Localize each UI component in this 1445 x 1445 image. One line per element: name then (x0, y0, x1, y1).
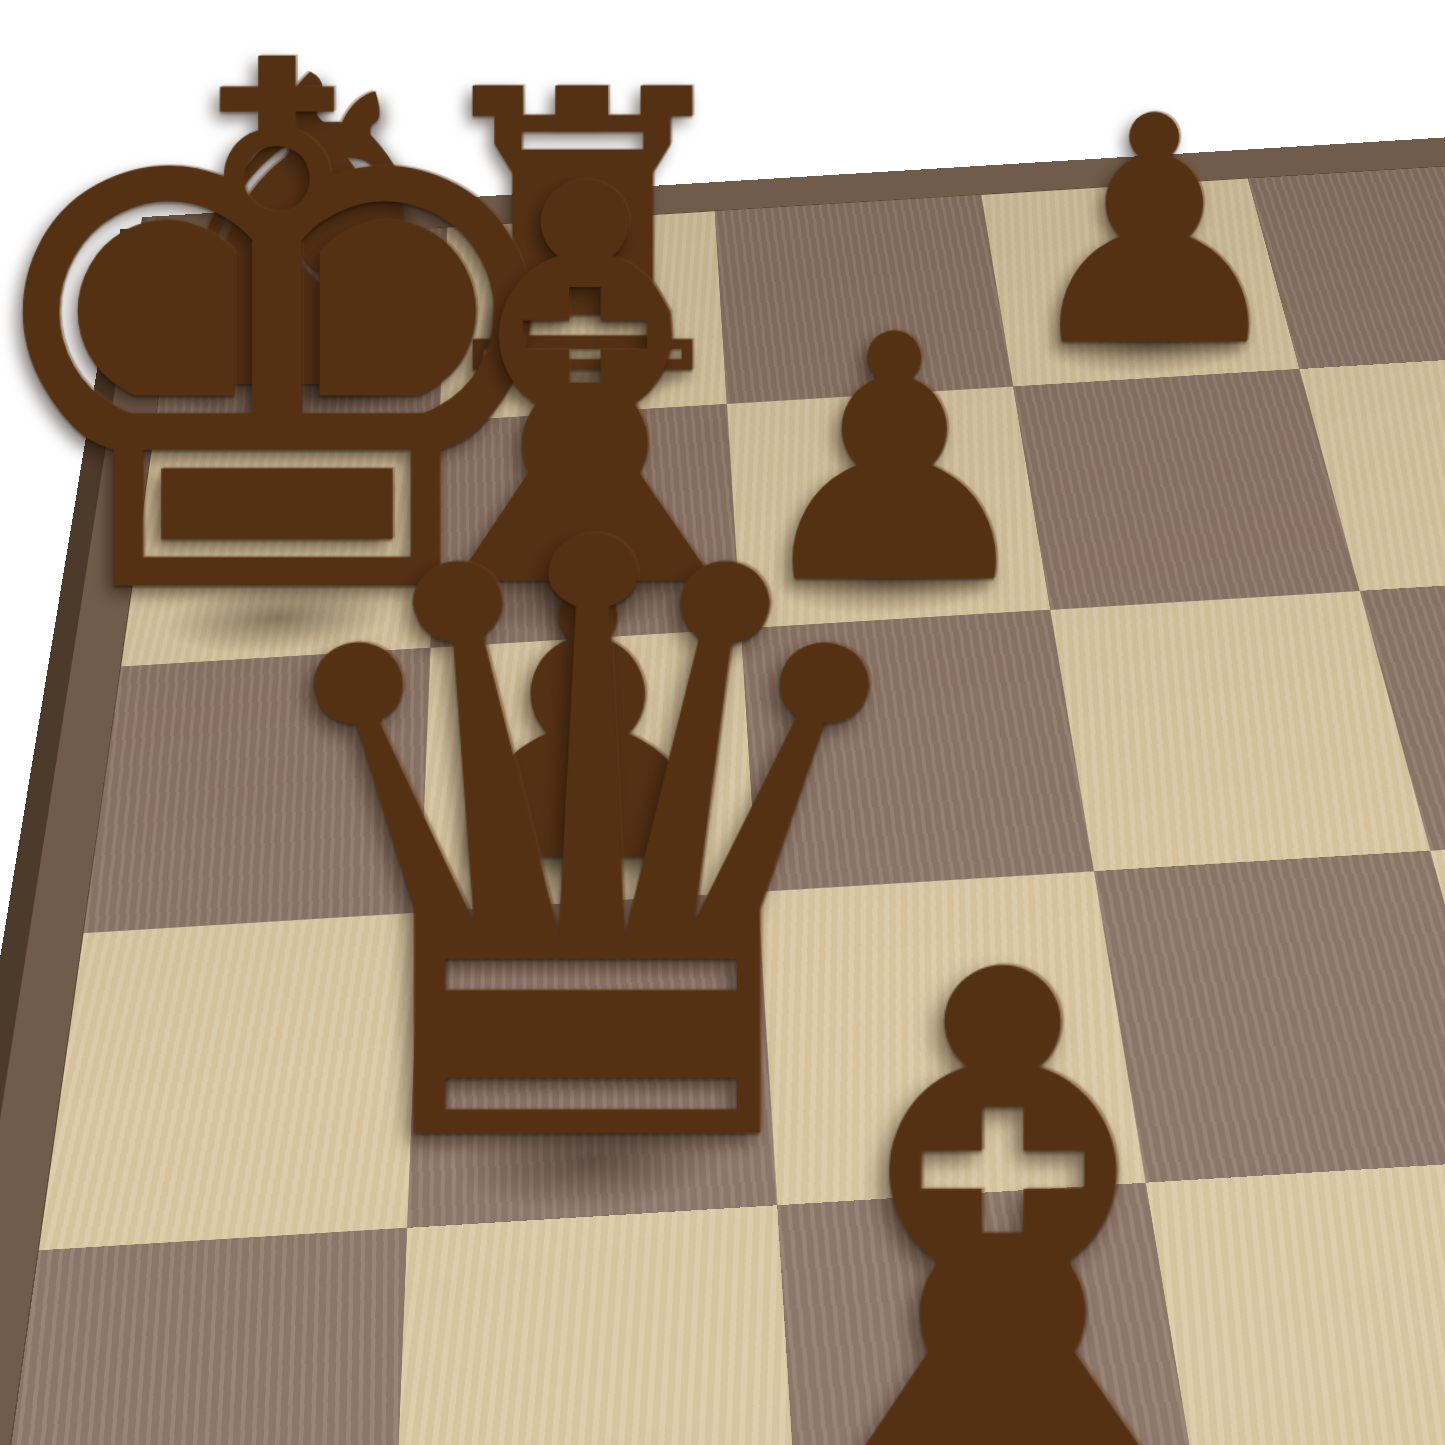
square-a4[interactable] (0, 1228, 408, 1445)
board-grid: ♞♜♟♟♚♝♟♟♝♟♝♛♝♟ (0, 113, 1445, 1445)
piece-black-pawn-d8[interactable]: ♟ (1013, 99, 1295, 366)
square-d7[interactable] (1013, 369, 1360, 609)
product-photo-stage: ♞♜♟♟♚♝♟♟♝♟♝♛♝♟ (0, 0, 1445, 1445)
chess-board: ♞♜♟♟♚♝♟♟♝♟♝♛♝♟ (0, 83, 1445, 1445)
square-c4[interactable]: ♝ (777, 1183, 1209, 1445)
photo-scene: ♞♜♟♟♚♝♟♟♝♟♝♛♝♟ (0, 0, 1445, 1445)
piece-black-bishop-c4[interactable]: ♝ (678, 936, 1327, 1445)
